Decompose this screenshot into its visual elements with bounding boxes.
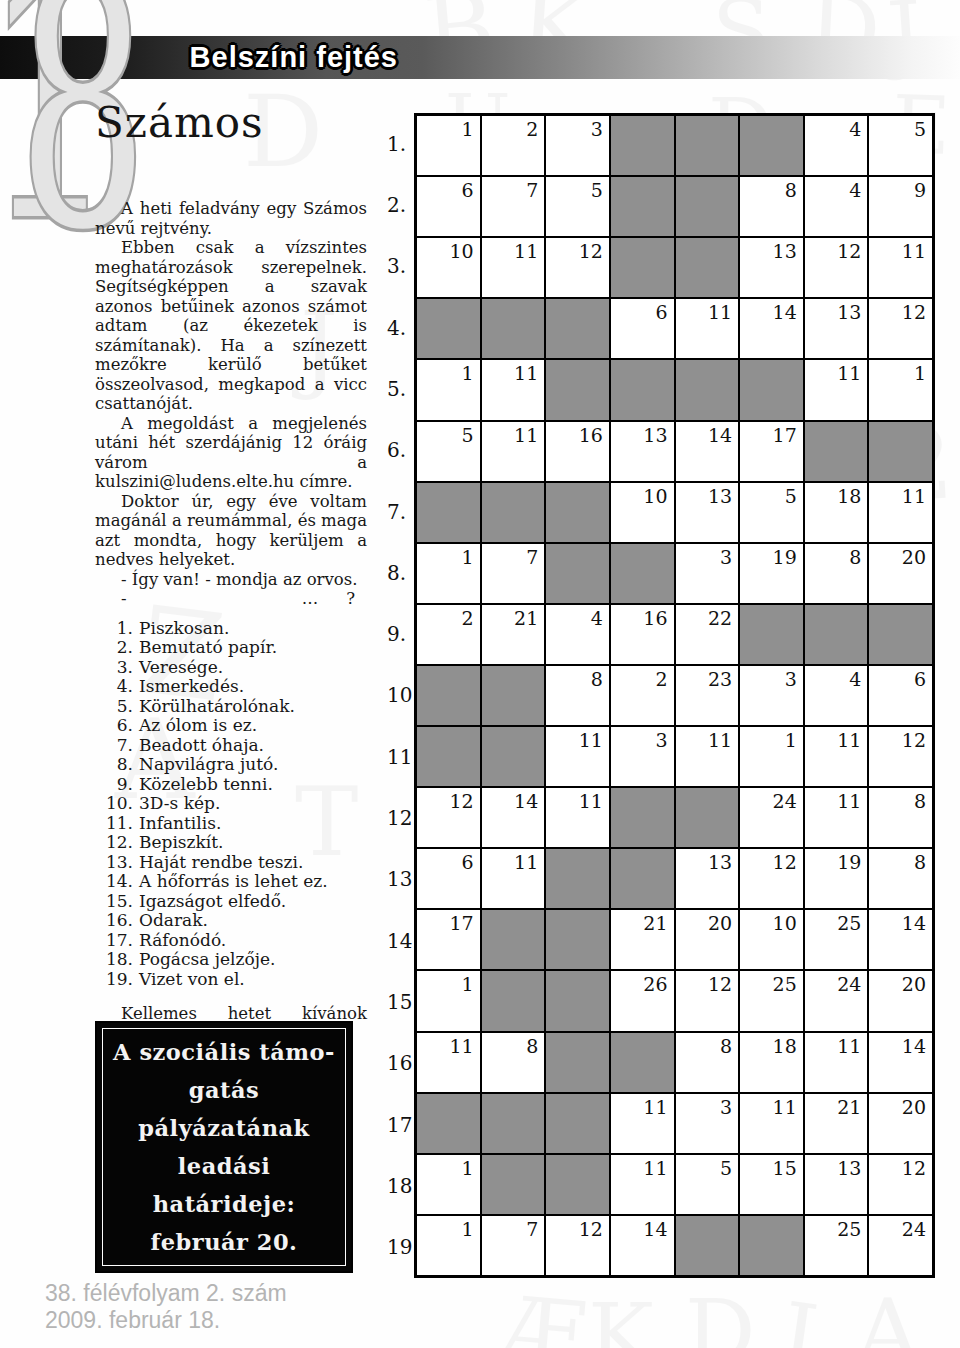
number-cell[interactable]: 13 <box>740 238 803 297</box>
number-cell[interactable]: 6 <box>869 666 932 725</box>
number-cell[interactable]: 11 <box>482 238 545 297</box>
number-cell[interactable]: 3 <box>676 1094 739 1153</box>
number-cell[interactable]: 1 <box>417 1216 480 1275</box>
shaded-cell[interactable] <box>805 605 868 664</box>
number-cell[interactable]: 12 <box>869 727 932 786</box>
number-cell[interactable]: 11 <box>482 422 545 481</box>
number-cell[interactable]: 16 <box>546 422 609 481</box>
number-cell[interactable]: 11 <box>805 788 868 847</box>
shaded-cell[interactable] <box>740 360 803 419</box>
clue-number: 9. <box>95 775 133 795</box>
number-cell[interactable]: 6 <box>611 299 674 358</box>
row-label: 18. <box>380 1155 414 1216</box>
cell-code-number: 11 <box>643 1096 667 1118</box>
number-cell[interactable]: 13 <box>676 483 739 542</box>
intro-paragraph: A megoldást a megjelenés utáni hét szerd… <box>95 414 367 492</box>
number-cell[interactable]: 1 <box>417 544 480 603</box>
cell-code-number: 13 <box>643 424 667 446</box>
cell-code-number: 21 <box>643 912 667 934</box>
cell-code-number: 3 <box>591 118 603 140</box>
cell-code-number: 10 <box>773 912 797 934</box>
clue-line: 9.Közelebb tenni. <box>95 775 367 795</box>
number-cell[interactable]: 11 <box>546 788 609 847</box>
cell-code-number: 26 <box>643 973 667 995</box>
clue-line: 1.Piszkosan. <box>95 619 367 639</box>
cell-code-number: 24 <box>773 790 797 812</box>
row-labels: 1.2.3.4.5.6.7.8.9.10.11.12.13.14.15.16.1… <box>380 113 414 1278</box>
clue-line: 12.Bepiszkít. <box>95 833 367 853</box>
number-cell[interactable]: 12 <box>805 238 868 297</box>
cell-code-number: 21 <box>514 607 538 629</box>
number-cell[interactable]: 12 <box>740 849 803 908</box>
clue-line: 15.Igazságot elfedő. <box>95 892 367 912</box>
shaded-cell[interactable] <box>611 360 674 419</box>
number-cell[interactable]: 8 <box>805 544 868 603</box>
number-cell[interactable]: 13 <box>611 422 674 481</box>
clue-number: 8. <box>95 755 133 775</box>
joke-answer-line: - … ? <box>95 589 367 609</box>
cell-code-number: 1 <box>914 362 926 384</box>
number-cell[interactable]: 11 <box>611 1094 674 1153</box>
shaded-cell[interactable] <box>417 483 480 542</box>
clue-line: 18.Pogácsa jelzője. <box>95 950 367 970</box>
joke-dialog-line: - Így van! - mondja az orvos. <box>95 570 367 590</box>
cell-code-number: 12 <box>902 729 926 751</box>
row-label: 9. <box>380 604 414 665</box>
cell-code-number: 8 <box>849 546 861 568</box>
number-cell[interactable]: 19 <box>740 544 803 603</box>
clue-text: Beadott óhaja. <box>133 736 264 756</box>
clue-text: 3D-s kép. <box>133 794 220 814</box>
shaded-cell[interactable] <box>676 788 739 847</box>
puzzle-grid: 1234567584910111213121161114131211111151… <box>414 113 935 1278</box>
number-cell[interactable]: 24 <box>805 971 868 1030</box>
shaded-cell[interactable] <box>417 666 480 725</box>
number-cell[interactable]: 23 <box>676 666 739 725</box>
cell-code-number: 11 <box>579 729 603 751</box>
answer-ellipsis: … <box>302 589 319 609</box>
number-cell[interactable]: 2 <box>482 116 545 175</box>
number-cell[interactable]: 6 <box>417 177 480 236</box>
cell-code-number: 1 <box>462 1157 474 1179</box>
cell-code-number: 11 <box>708 301 732 323</box>
shaded-cell[interactable] <box>546 299 609 358</box>
cell-code-number: 25 <box>837 912 861 934</box>
number-cell[interactable]: 7 <box>482 544 545 603</box>
shaded-cell[interactable] <box>676 177 739 236</box>
number-cell[interactable]: 22 <box>676 605 739 664</box>
cell-code-number: 3 <box>785 668 797 690</box>
number-cell[interactable]: 11 <box>805 727 868 786</box>
intro-paragraph: Doktor úr, egy éve voltam magánál a reum… <box>95 492 367 570</box>
number-cell[interactable]: 25 <box>740 971 803 1030</box>
notice-line: leadási határideje: <box>103 1147 345 1223</box>
number-cell[interactable]: 11 <box>805 360 868 419</box>
number-cell[interactable]: 1 <box>417 116 480 175</box>
cell-code-number: 14 <box>514 790 538 812</box>
number-cell[interactable]: 3 <box>546 116 609 175</box>
number-cell[interactable]: 24 <box>869 1216 932 1275</box>
number-cell[interactable]: 13 <box>805 299 868 358</box>
number-cell[interactable]: 18 <box>740 1033 803 1092</box>
cell-code-number: 8 <box>720 1035 732 1057</box>
issue-date: 2009. február 18. <box>45 1307 287 1334</box>
cell-code-number: 11 <box>902 485 926 507</box>
number-cell[interactable]: 2 <box>611 666 674 725</box>
shaded-cell[interactable] <box>546 360 609 419</box>
row-label: 8. <box>380 542 414 603</box>
shaded-cell[interactable] <box>482 1094 545 1153</box>
number-cell[interactable]: 11 <box>869 238 932 297</box>
cell-code-number: 25 <box>773 973 797 995</box>
cell-code-number: 4 <box>849 118 861 140</box>
row-label: 12. <box>380 787 414 848</box>
cell-code-number: 19 <box>837 851 861 873</box>
clue-line: 2.Bemutató papír. <box>95 638 367 658</box>
row-label: 5. <box>380 358 414 419</box>
cell-code-number: 11 <box>837 362 861 384</box>
number-cell[interactable]: 8 <box>676 1033 739 1092</box>
shaded-cell[interactable] <box>611 544 674 603</box>
number-cell[interactable]: 12 <box>676 971 739 1030</box>
number-cell[interactable]: 3 <box>611 727 674 786</box>
shaded-cell[interactable] <box>676 238 739 297</box>
cell-code-number: 3 <box>655 729 667 751</box>
shaded-cell[interactable] <box>546 1155 609 1214</box>
cell-code-number: 11 <box>773 1096 797 1118</box>
number-cell[interactable]: 21 <box>805 1094 868 1153</box>
cell-code-number: 21 <box>837 1096 861 1118</box>
number-cell[interactable]: 14 <box>611 1216 674 1275</box>
row-label: 16. <box>380 1033 414 1094</box>
clue-line: 19.Vizet von el. <box>95 970 367 990</box>
shaded-cell[interactable] <box>676 1216 739 1275</box>
row-label: 2. <box>380 174 414 235</box>
number-cell[interactable]: 20 <box>869 544 932 603</box>
row-label: 10. <box>380 665 414 726</box>
number-cell[interactable]: 10 <box>417 238 480 297</box>
number-cell[interactable]: 10 <box>611 483 674 542</box>
cell-code-number: 13 <box>708 851 732 873</box>
number-cell[interactable]: 1 <box>417 360 480 419</box>
shaded-cell[interactable] <box>417 1094 480 1153</box>
number-cell[interactable]: 12 <box>546 1216 609 1275</box>
number-cell[interactable]: 8 <box>740 177 803 236</box>
number-cell[interactable]: 4 <box>805 666 868 725</box>
cell-code-number: 14 <box>902 912 926 934</box>
cell-code-number: 2 <box>655 668 667 690</box>
cell-code-number: 6 <box>462 851 474 873</box>
article-body: A heti feladvány egy Számos nevű rejtvén… <box>95 199 367 1066</box>
cell-code-number: 14 <box>902 1035 926 1057</box>
number-cell[interactable]: 11 <box>869 483 932 542</box>
shaded-cell[interactable] <box>869 605 932 664</box>
clue-number: 19. <box>95 970 133 990</box>
number-cell[interactable]: 8 <box>869 849 932 908</box>
clue-text: Bepiszkít. <box>133 833 224 853</box>
clue-text: Vizet von el. <box>133 970 245 990</box>
number-cell[interactable]: 5 <box>676 1155 739 1214</box>
cell-code-number: 13 <box>773 240 797 262</box>
shaded-cell[interactable] <box>482 483 545 542</box>
shaded-cell[interactable] <box>611 849 674 908</box>
cell-code-number: 7 <box>526 546 538 568</box>
cell-code-number: 5 <box>914 118 926 140</box>
clue-line: 8.Napvilágra jutó. <box>95 755 367 775</box>
shaded-cell[interactable] <box>611 116 674 175</box>
number-cell[interactable]: 24 <box>740 788 803 847</box>
clue-number: 15. <box>95 892 133 912</box>
cell-code-number: 7 <box>526 1218 538 1240</box>
number-cell[interactable]: 9 <box>869 177 932 236</box>
cell-code-number: 11 <box>514 240 538 262</box>
issue-info: 38. félévfolyam 2. szám <box>45 1280 287 1307</box>
number-cell[interactable]: 11 <box>676 299 739 358</box>
number-cell[interactable]: 15 <box>740 1155 803 1214</box>
number-cell[interactable]: 12 <box>869 299 932 358</box>
cell-code-number: 12 <box>902 301 926 323</box>
shaded-cell[interactable] <box>482 910 545 969</box>
shaded-cell[interactable] <box>482 971 545 1030</box>
number-cell[interactable]: 8 <box>482 1033 545 1092</box>
number-cell[interactable]: 4 <box>546 605 609 664</box>
answer-dash: - <box>121 589 127 609</box>
number-cell[interactable]: 3 <box>740 666 803 725</box>
cell-code-number: 8 <box>914 790 926 812</box>
cell-code-number: 17 <box>449 912 473 934</box>
number-cell[interactable]: 4 <box>805 116 868 175</box>
clue-number: 10. <box>95 794 133 814</box>
cell-code-number: 1 <box>462 973 474 995</box>
cell-code-number: 1 <box>462 546 474 568</box>
cell-code-number: 10 <box>449 240 473 262</box>
cell-code-number: 2 <box>462 607 474 629</box>
number-cell[interactable]: 10 <box>740 910 803 969</box>
cell-code-number: 17 <box>773 424 797 446</box>
cell-code-number: 19 <box>773 546 797 568</box>
number-cell[interactable]: 25 <box>805 910 868 969</box>
cell-code-number: 6 <box>462 179 474 201</box>
cell-code-number: 7 <box>526 179 538 201</box>
clue-text: A hőforrás is lehet ez. <box>133 872 328 892</box>
notice-line: gatás pályázatának <box>103 1071 345 1147</box>
watermark-letter: L <box>776 1290 846 1348</box>
row-label: 1. <box>380 113 414 174</box>
clue-line: 10.3D-s kép. <box>95 794 367 814</box>
number-cell[interactable]: 1 <box>417 971 480 1030</box>
clue-line: 7.Beadott óhaja. <box>95 736 367 756</box>
row-label: 7. <box>380 481 414 542</box>
number-cell[interactable]: 7 <box>482 1216 545 1275</box>
clue-text: Odarak. <box>133 911 208 931</box>
shaded-cell[interactable] <box>546 849 609 908</box>
cell-code-number: 12 <box>837 240 861 262</box>
clue-number: 1. <box>95 619 133 639</box>
notice-box-text: A szociális támo-gatás pályázatánakleadá… <box>102 1028 346 1266</box>
shaded-cell[interactable] <box>611 788 674 847</box>
number-cell[interactable]: 8 <box>546 666 609 725</box>
number-cell[interactable]: 1 <box>417 1155 480 1214</box>
number-cell[interactable]: 20 <box>869 971 932 1030</box>
shaded-cell[interactable] <box>611 238 674 297</box>
clue-line: 16.Odarak. <box>95 911 367 931</box>
shaded-cell[interactable] <box>482 1155 545 1214</box>
number-cell[interactable]: 2 <box>417 605 480 664</box>
shaded-cell[interactable] <box>740 1216 803 1275</box>
shaded-cell[interactable] <box>546 483 609 542</box>
number-cell[interactable]: 1 <box>869 360 932 419</box>
number-cell[interactable]: 11 <box>676 727 739 786</box>
clue-number: 13. <box>95 853 133 873</box>
clue-number: 2. <box>95 638 133 658</box>
number-cell[interactable]: 20 <box>869 1094 932 1153</box>
row-label: 19. <box>380 1217 414 1278</box>
number-cell[interactable]: 4 <box>805 177 868 236</box>
clue-line: 17.Ráfonódó. <box>95 931 367 951</box>
number-cell[interactable]: 17 <box>740 422 803 481</box>
cell-code-number: 20 <box>902 1096 926 1118</box>
clue-text: Ismerkedés. <box>133 677 244 697</box>
number-cell[interactable]: 3 <box>676 544 739 603</box>
number-cell[interactable]: 11 <box>611 1155 674 1214</box>
shaded-cell[interactable] <box>417 299 480 358</box>
number-cell[interactable]: 26 <box>611 971 674 1030</box>
shaded-cell[interactable] <box>611 1033 674 1092</box>
cell-code-number: 6 <box>655 301 667 323</box>
number-cell[interactable]: 14 <box>869 910 932 969</box>
clue-line: 11.Infantilis. <box>95 814 367 834</box>
number-cell[interactable]: 21 <box>482 605 545 664</box>
number-cell[interactable]: 1 <box>740 727 803 786</box>
clue-text: Az ólom is ez. <box>133 716 257 736</box>
number-cell[interactable]: 19 <box>805 849 868 908</box>
shaded-cell[interactable] <box>482 666 545 725</box>
clue-text: Veresége. <box>133 658 223 678</box>
clue-text: Haját rendbe teszi. <box>133 853 303 873</box>
number-cell[interactable]: 11 <box>740 1094 803 1153</box>
number-cell[interactable]: 25 <box>805 1216 868 1275</box>
shaded-cell[interactable] <box>546 971 609 1030</box>
shaded-cell[interactable] <box>869 422 932 481</box>
clue-list: 1.Piszkosan.2.Bemutató papír.3.Veresége.… <box>95 619 367 990</box>
cell-code-number: 15 <box>773 1157 797 1179</box>
clue-text: Infantilis. <box>133 814 221 834</box>
cell-code-number: 8 <box>785 179 797 201</box>
shaded-cell[interactable] <box>740 116 803 175</box>
number-cell[interactable]: 11 <box>482 849 545 908</box>
cell-code-number: 12 <box>773 851 797 873</box>
shaded-cell[interactable] <box>546 910 609 969</box>
number-cell[interactable]: 11 <box>805 1033 868 1092</box>
number-cell[interactable]: 14 <box>740 299 803 358</box>
shaded-cell[interactable] <box>740 605 803 664</box>
shaded-cell[interactable] <box>546 1033 609 1092</box>
number-cell[interactable]: 18 <box>805 483 868 542</box>
number-cell[interactable]: 21 <box>611 910 674 969</box>
shaded-cell[interactable] <box>676 360 739 419</box>
shaded-cell[interactable] <box>482 727 545 786</box>
notice-line: A szociális támo- <box>113 1033 335 1071</box>
number-cell[interactable]: 13 <box>676 849 739 908</box>
number-cell[interactable]: 17 <box>417 910 480 969</box>
number-cell[interactable]: 11 <box>417 1033 480 1092</box>
shaded-cell[interactable] <box>546 1094 609 1153</box>
shaded-cell[interactable] <box>676 116 739 175</box>
cell-code-number: 4 <box>591 607 603 629</box>
cell-code-number: 5 <box>720 1157 732 1179</box>
cell-code-number: 16 <box>643 607 667 629</box>
cell-code-number: 14 <box>708 424 732 446</box>
cell-code-number: 11 <box>708 729 732 751</box>
clue-number: 16. <box>95 911 133 931</box>
shaded-cell[interactable] <box>546 544 609 603</box>
watermark-letter: Æ <box>496 1284 591 1348</box>
cell-code-number: 11 <box>514 424 538 446</box>
cell-code-number: 12 <box>579 1218 603 1240</box>
watermark-letter: K <box>588 1292 654 1348</box>
number-cell[interactable]: 5 <box>869 116 932 175</box>
cell-code-number: 2 <box>526 118 538 140</box>
cell-code-number: 14 <box>643 1218 667 1240</box>
number-cell[interactable]: 14 <box>869 1033 932 1092</box>
cell-code-number: 14 <box>773 301 797 323</box>
shaded-cell[interactable] <box>805 422 868 481</box>
number-cell[interactable]: 13 <box>805 1155 868 1214</box>
clue-text: Igazságot elfedő. <box>133 892 286 912</box>
clue-number: 14. <box>95 872 133 892</box>
number-cell[interactable]: 14 <box>482 788 545 847</box>
shaded-cell[interactable] <box>482 299 545 358</box>
number-cell[interactable]: 12 <box>869 1155 932 1214</box>
cell-code-number: 12 <box>579 240 603 262</box>
cell-code-number: 3 <box>720 1096 732 1118</box>
clue-line: 6.Az ólom is ez. <box>95 716 367 736</box>
number-cell[interactable]: 7 <box>482 177 545 236</box>
puzzle-title: Számos <box>95 98 264 147</box>
cell-code-number: 11 <box>449 1035 473 1057</box>
cell-code-number: 13 <box>837 1157 861 1179</box>
row-label: 17. <box>380 1094 414 1155</box>
clue-line: 5.Körülhatárolónak. <box>95 697 367 717</box>
row-label: 3. <box>380 236 414 297</box>
number-cell[interactable]: 5 <box>740 483 803 542</box>
cell-code-number: 20 <box>902 546 926 568</box>
shaded-cell[interactable] <box>611 177 674 236</box>
intro-paragraphs: A heti feladvány egy Számos nevű rejtvén… <box>95 199 367 570</box>
number-cell[interactable]: 11 <box>546 727 609 786</box>
number-cell[interactable]: 20 <box>676 910 739 969</box>
intro-paragraph: A heti feladvány egy Számos nevű rejtvén… <box>95 199 367 238</box>
number-cell[interactable]: 12 <box>546 238 609 297</box>
number-cell[interactable]: 8 <box>869 788 932 847</box>
number-cell[interactable]: 5 <box>417 422 480 481</box>
number-cell[interactable]: 11 <box>482 360 545 419</box>
number-cell[interactable]: 16 <box>611 605 674 664</box>
cell-code-number: 25 <box>837 1218 861 1240</box>
row-label: 6. <box>380 420 414 481</box>
cell-code-number: 8 <box>914 851 926 873</box>
cell-code-number: 23 <box>708 668 732 690</box>
number-cell[interactable]: 12 <box>417 788 480 847</box>
cell-code-number: 11 <box>643 1157 667 1179</box>
cell-code-number: 11 <box>837 1035 861 1057</box>
number-cell[interactable]: 6 <box>417 849 480 908</box>
cell-code-number: 6 <box>914 668 926 690</box>
shaded-cell[interactable] <box>417 727 480 786</box>
number-cell[interactable]: 14 <box>676 422 739 481</box>
cell-code-number: 11 <box>579 790 603 812</box>
number-cell[interactable]: 5 <box>546 177 609 236</box>
